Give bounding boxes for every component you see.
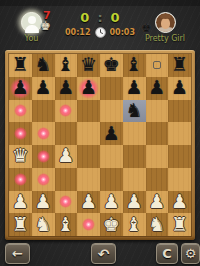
square-e5[interactable]: ♟	[100, 122, 123, 145]
score-display: 0 : 0	[60, 10, 140, 25]
square-e4[interactable]	[100, 145, 123, 168]
white-queen: ♛	[12, 146, 29, 165]
white-knight: ♞	[35, 215, 52, 234]
square-d5[interactable]	[77, 122, 100, 145]
square-f8[interactable]: ♝	[123, 54, 146, 77]
square-a4[interactable]: ♛	[9, 145, 32, 168]
square-c1[interactable]: ♝	[55, 213, 78, 236]
square-a5[interactable]	[9, 122, 32, 145]
clock-icon	[95, 27, 106, 38]
square-b3[interactable]	[32, 168, 55, 191]
back-icon: ←	[12, 246, 23, 261]
black-king: ♚	[103, 55, 120, 74]
square-d4[interactable]	[77, 145, 100, 168]
square-g4[interactable]	[146, 145, 169, 168]
legal-move-dot	[14, 173, 27, 186]
player-right-avatar[interactable]	[155, 12, 176, 33]
legal-move-dot	[37, 127, 50, 140]
square-f7[interactable]: ♟	[123, 77, 146, 100]
square-c6[interactable]	[55, 100, 78, 123]
back-button[interactable]: ←	[5, 243, 30, 264]
square-e2[interactable]: ♟	[100, 191, 123, 214]
settings-button[interactable]: ⚙	[181, 243, 200, 264]
square-b6[interactable]	[32, 100, 55, 123]
square-e6[interactable]	[100, 100, 123, 123]
square-c2[interactable]	[55, 191, 78, 214]
white-bishop: ♝	[126, 215, 143, 234]
square-b2[interactable]: ♟	[32, 191, 55, 214]
legal-move-dot	[14, 104, 27, 117]
player-left-avatar[interactable]	[21, 12, 42, 33]
square-g3[interactable]	[146, 168, 169, 191]
rotate-icon: C	[162, 246, 172, 261]
white-crown-icon: ♚	[40, 20, 51, 32]
legal-move-dot	[37, 173, 50, 186]
square-a8[interactable]: ♜	[9, 54, 32, 77]
black-pawn: ♟	[171, 78, 188, 97]
square-g8[interactable]	[146, 54, 169, 77]
square-h2[interactable]: ♟	[168, 191, 191, 214]
white-pawn: ♟	[148, 192, 165, 211]
square-d6[interactable]	[77, 100, 100, 123]
white-pawn: ♟	[12, 192, 29, 211]
black-pawn: ♟	[35, 78, 52, 97]
square-c5[interactable]	[55, 122, 78, 145]
white-pawn: ♟	[103, 192, 120, 211]
square-f3[interactable]	[123, 168, 146, 191]
square-h7[interactable]: ♟	[168, 77, 191, 100]
legal-move-dot	[59, 195, 72, 208]
chess-board: ♜♞♝♛♚♝♜♟♟♟♟♟♟♟♞♟♛♟♟♟♟♟♟♟♟♜♞♝♚♝♞♜	[9, 54, 191, 236]
square-c4[interactable]: ♟	[55, 145, 78, 168]
square-a2[interactable]: ♟	[9, 191, 32, 214]
white-rook: ♜	[12, 215, 29, 234]
black-rook: ♜	[171, 55, 188, 74]
black-pawn: ♟	[57, 78, 74, 97]
square-b5[interactable]	[32, 122, 55, 145]
black-pawn: ♟	[103, 124, 120, 143]
black-pawn: ♟	[12, 78, 29, 97]
white-pawn: ♟	[57, 146, 74, 165]
square-e3[interactable]	[100, 168, 123, 191]
square-e1[interactable]: ♚	[100, 213, 123, 236]
square-a6[interactable]	[9, 100, 32, 123]
undo-move-button[interactable]: ↶	[91, 243, 116, 264]
legal-move-dot	[59, 104, 72, 117]
black-pawn: ♟	[148, 78, 165, 97]
black-crown-icon: ♚	[141, 22, 152, 34]
rotate-board-button[interactable]: C	[156, 243, 178, 264]
white-rook: ♜	[171, 215, 188, 234]
black-knight: ♞	[35, 55, 52, 74]
square-g6[interactable]	[146, 100, 169, 123]
square-c3[interactable]	[55, 168, 78, 191]
score-right: 0	[111, 10, 120, 25]
black-knight: ♞	[126, 101, 143, 120]
square-f1[interactable]: ♝	[123, 213, 146, 236]
white-king: ♚	[103, 215, 120, 234]
square-e7[interactable]	[100, 77, 123, 100]
square-f5[interactable]	[123, 122, 146, 145]
square-h6[interactable]	[168, 100, 191, 123]
square-f4[interactable]	[123, 145, 146, 168]
square-d8[interactable]: ♛	[77, 54, 100, 77]
square-g1[interactable]: ♞	[146, 213, 169, 236]
white-knight: ♞	[148, 215, 165, 234]
legal-move-dot	[14, 127, 27, 140]
gear-icon: ⚙	[185, 246, 197, 261]
square-h3[interactable]	[168, 168, 191, 191]
square-d1[interactable]	[77, 213, 100, 236]
person-icon	[28, 16, 36, 24]
undo-icon: ↶	[98, 246, 110, 262]
player-right-name: Pretty Girl	[132, 34, 198, 43]
player-left-name: You	[9, 34, 54, 43]
square-b7[interactable]: ♟	[32, 77, 55, 100]
chess-app-screen: 7 ♚ You 0 : 0 00:12 00:03 ♚ Pretty Girl …	[0, 0, 200, 266]
square-a3[interactable]	[9, 168, 32, 191]
person-icon-body	[25, 25, 39, 33]
square-h4[interactable]	[168, 145, 191, 168]
square-b8[interactable]: ♞	[32, 54, 55, 77]
square-h1[interactable]: ♜	[168, 213, 191, 236]
square-c7[interactable]: ♟	[55, 77, 78, 100]
square-h5[interactable]	[168, 122, 191, 145]
square-e8[interactable]: ♚	[100, 54, 123, 77]
black-rook: ♜	[12, 55, 29, 74]
last-move-from-marker	[153, 61, 161, 69]
square-g7[interactable]: ♟	[146, 77, 169, 100]
black-bishop: ♝	[126, 55, 143, 74]
square-g2[interactable]: ♟	[146, 191, 169, 214]
score-left: 0	[80, 10, 89, 25]
avatar-face	[161, 18, 170, 29]
legal-move-dot	[37, 150, 50, 163]
square-b4[interactable]	[32, 145, 55, 168]
square-h8[interactable]: ♜	[168, 54, 191, 77]
square-g5[interactable]	[146, 122, 169, 145]
legal-move-dot	[82, 218, 95, 231]
square-b1[interactable]: ♞	[32, 213, 55, 236]
chess-board-frame: ♜♞♝♛♚♝♜♟♟♟♟♟♟♟♞♟♛♟♟♟♟♟♟♟♟♜♞♝♚♝♞♜	[5, 50, 195, 240]
square-f2[interactable]: ♟	[123, 191, 146, 214]
white-pawn: ♟	[171, 192, 188, 211]
white-pawn: ♟	[126, 192, 143, 211]
square-c8[interactable]: ♝	[55, 54, 78, 77]
top-strip	[0, 0, 200, 6]
square-d7[interactable]: ♟	[77, 77, 100, 100]
white-pawn: ♟	[35, 192, 52, 211]
white-bishop: ♝	[57, 215, 74, 234]
black-bishop: ♝	[57, 55, 74, 74]
timer-left: 00:12	[65, 28, 90, 37]
black-pawn: ♟	[80, 78, 97, 97]
square-a1[interactable]: ♜	[9, 213, 32, 236]
square-a7[interactable]: ♟	[9, 77, 32, 100]
square-d2[interactable]: ♟	[77, 191, 100, 214]
black-queen: ♛	[80, 55, 97, 74]
white-pawn: ♟	[80, 192, 97, 211]
avatar-fringe	[160, 14, 171, 19]
square-f6[interactable]: ♞	[123, 100, 146, 123]
square-d3[interactable]	[77, 168, 100, 191]
score-separator: :	[97, 10, 102, 25]
black-pawn: ♟	[126, 78, 143, 97]
